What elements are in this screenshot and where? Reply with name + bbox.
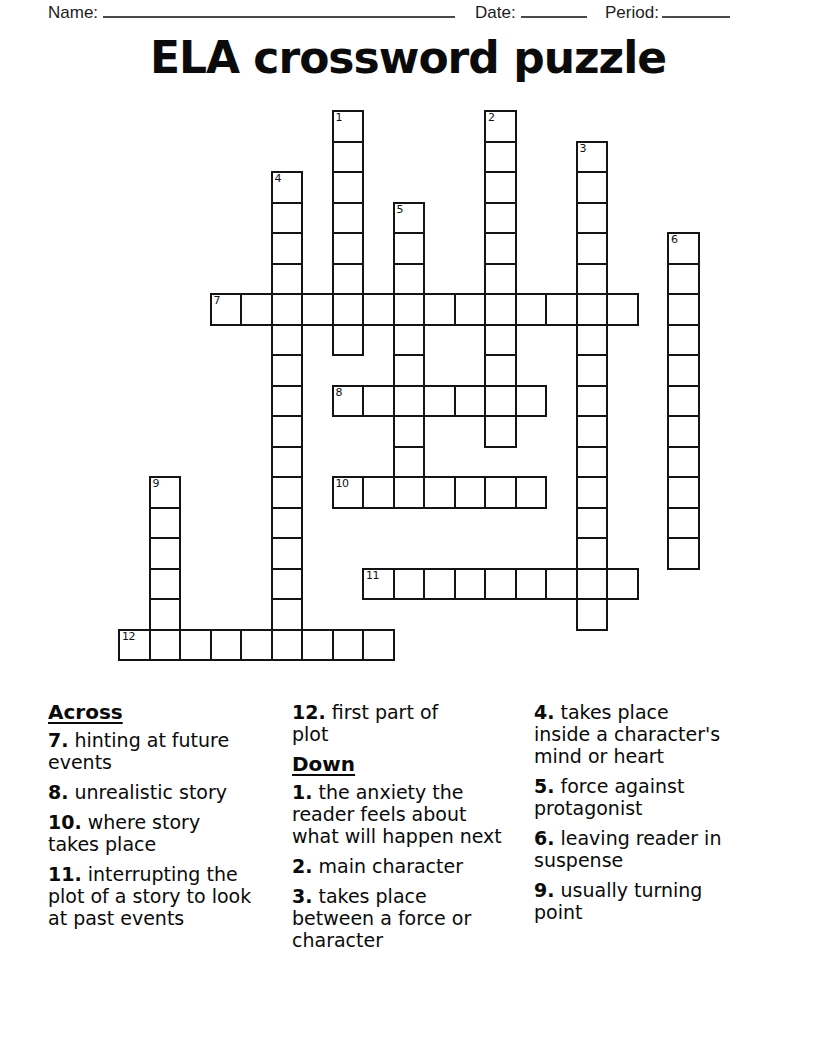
cell-number-8: 8 xyxy=(336,387,343,399)
grid-cell-r3c5[interactable] xyxy=(271,202,304,235)
grid-cell-r6c6[interactable] xyxy=(301,293,334,326)
grid-cell-r9c15[interactable] xyxy=(576,385,609,418)
grid-cell-r0c7[interactable]: 1 xyxy=(332,110,365,143)
clue-text: hinting at future events xyxy=(48,729,229,773)
grid-cell-r10c9[interactable] xyxy=(393,415,426,448)
grid-cell-r9c7[interactable]: 8 xyxy=(332,385,365,418)
grid-cell-r16c15[interactable] xyxy=(576,598,609,631)
grid-cell-r6c16[interactable] xyxy=(606,293,639,326)
clue-column-left: Across7. hinting at future events8. unre… xyxy=(48,701,288,937)
down-heading: Down xyxy=(292,753,528,775)
across-heading: Across xyxy=(48,701,288,723)
grid-cell-r9c18[interactable] xyxy=(667,385,700,418)
grid-cell-r2c5[interactable]: 4 xyxy=(271,171,304,204)
clue-number: 3. xyxy=(292,885,312,907)
grid-cell-r16c1[interactable] xyxy=(149,598,182,631)
grid-cell-r12c9[interactable] xyxy=(393,476,426,509)
grid-cell-r5c15[interactable] xyxy=(576,263,609,296)
grid-cell-r17c8[interactable] xyxy=(362,629,395,662)
grid-cell-r15c16[interactable] xyxy=(606,568,639,601)
clue-number: 9. xyxy=(534,879,554,901)
grid-cell-r13c18[interactable] xyxy=(667,507,700,540)
grid-cell-r10c12[interactable] xyxy=(484,415,517,448)
grid-cell-r6c14[interactable] xyxy=(545,293,578,326)
cell-number-9: 9 xyxy=(153,478,160,490)
grid-cell-r1c15[interactable]: 3 xyxy=(576,141,609,174)
grid-cell-r1c12[interactable] xyxy=(484,141,517,174)
grid-cell-r17c6[interactable] xyxy=(301,629,334,662)
cell-number-1: 1 xyxy=(336,112,343,124)
cell-number-5: 5 xyxy=(397,204,404,216)
grid-cell-r9c13[interactable] xyxy=(515,385,548,418)
grid-cell-r2c12[interactable] xyxy=(484,171,517,204)
cell-number-7: 7 xyxy=(214,295,221,307)
grid-cell-r17c0[interactable]: 12 xyxy=(118,629,151,662)
grid-cell-r17c5[interactable] xyxy=(271,629,304,662)
grid-cell-r6c13[interactable] xyxy=(515,293,548,326)
clue-5-down: 5. force against protagonist xyxy=(534,775,762,819)
name-blank-field[interactable] xyxy=(103,1,455,18)
grid-cell-r4c12[interactable] xyxy=(484,232,517,265)
clue-text: leaving reader in suspense xyxy=(534,827,721,871)
grid-cell-r17c3[interactable] xyxy=(210,629,243,662)
grid-cell-r13c1[interactable] xyxy=(149,507,182,540)
grid-cell-r15c14[interactable] xyxy=(545,568,578,601)
grid-cell-r10c5[interactable] xyxy=(271,415,304,448)
grid-cell-r6c11[interactable] xyxy=(454,293,487,326)
clue-column-right: 4. takes place inside a character's mind… xyxy=(534,701,762,931)
grid-cell-r9c12[interactable] xyxy=(484,385,517,418)
grid-cell-r16c5[interactable] xyxy=(271,598,304,631)
clue-1-down: 1. the anxiety the reader feels about wh… xyxy=(292,781,528,847)
cell-number-4: 4 xyxy=(275,173,282,185)
cell-number-10: 10 xyxy=(336,478,349,490)
grid-cell-r11c15[interactable] xyxy=(576,446,609,479)
clue-number: 7. xyxy=(48,729,68,751)
grid-cell-r12c11[interactable] xyxy=(454,476,487,509)
grid-cell-r2c7[interactable] xyxy=(332,171,365,204)
clue-number: 6. xyxy=(534,827,554,849)
grid-cell-r11c18[interactable] xyxy=(667,446,700,479)
grid-cell-r12c10[interactable] xyxy=(423,476,456,509)
grid-cell-r5c9[interactable] xyxy=(393,263,426,296)
grid-cell-r6c18[interactable] xyxy=(667,293,700,326)
clue-text: takes place inside a character's mind or… xyxy=(534,701,720,767)
period-blank-field[interactable] xyxy=(662,1,730,18)
grid-cell-r4c18[interactable]: 6 xyxy=(667,232,700,265)
grid-cell-r3c12[interactable] xyxy=(484,202,517,235)
grid-cell-r11c5[interactable] xyxy=(271,446,304,479)
grid-cell-r6c10[interactable] xyxy=(423,293,456,326)
clue-number: 8. xyxy=(48,781,68,803)
grid-cell-r14c5[interactable] xyxy=(271,537,304,570)
grid-cell-r10c15[interactable] xyxy=(576,415,609,448)
clue-text: main character xyxy=(319,855,464,877)
grid-cell-r15c15[interactable] xyxy=(576,568,609,601)
clue-11-across: 11. interrupting the plot of a story to … xyxy=(48,863,288,929)
grid-cell-r17c7[interactable] xyxy=(332,629,365,662)
grid-cell-r17c1[interactable] xyxy=(149,629,182,662)
grid-cell-r17c2[interactable] xyxy=(179,629,212,662)
grid-cell-r4c9[interactable] xyxy=(393,232,426,265)
clue-9-down: 9. usually turning point xyxy=(534,879,762,923)
clue-number: 2. xyxy=(292,855,312,877)
grid-cell-r6c15[interactable] xyxy=(576,293,609,326)
grid-cell-r14c15[interactable] xyxy=(576,537,609,570)
grid-cell-r3c9[interactable]: 5 xyxy=(393,202,426,235)
grid-cell-r12c1[interactable]: 9 xyxy=(149,476,182,509)
grid-cell-r8c12[interactable] xyxy=(484,354,517,387)
clue-text: the anxiety the reader feels about what … xyxy=(292,781,502,847)
grid-cell-r6c5[interactable] xyxy=(271,293,304,326)
clue-3-down: 3. takes place between a force or charac… xyxy=(292,885,528,951)
grid-cell-r14c1[interactable] xyxy=(149,537,182,570)
grid-cell-r5c5[interactable] xyxy=(271,263,304,296)
clue-text: takes place between a force or character xyxy=(292,885,471,951)
grid-cell-r12c18[interactable] xyxy=(667,476,700,509)
grid-cell-r2c15[interactable] xyxy=(576,171,609,204)
grid-cell-r15c11[interactable] xyxy=(454,568,487,601)
grid-cell-r13c15[interactable] xyxy=(576,507,609,540)
grid-cell-r7c15[interactable] xyxy=(576,324,609,357)
grid-cell-r8c9[interactable] xyxy=(393,354,426,387)
grid-cell-r7c18[interactable] xyxy=(667,324,700,357)
grid-cell-r6c8[interactable] xyxy=(362,293,395,326)
grid-cell-r7c9[interactable] xyxy=(393,324,426,357)
grid-cell-r9c5[interactable] xyxy=(271,385,304,418)
grid-cell-r15c8[interactable]: 11 xyxy=(362,568,395,601)
grid-cell-r12c7[interactable]: 10 xyxy=(332,476,365,509)
cell-number-3: 3 xyxy=(580,143,587,155)
grid-cell-r0c12[interactable]: 2 xyxy=(484,110,517,143)
grid-cell-r8c5[interactable] xyxy=(271,354,304,387)
grid-cell-r7c5[interactable] xyxy=(271,324,304,357)
grid-cell-r9c11[interactable] xyxy=(454,385,487,418)
grid-cell-r13c5[interactable] xyxy=(271,507,304,540)
grid-cell-r15c5[interactable] xyxy=(271,568,304,601)
clue-12-across: 12. first part of plot xyxy=(292,701,528,745)
grid-cell-r9c10[interactable] xyxy=(423,385,456,418)
grid-cell-r6c3[interactable]: 7 xyxy=(210,293,243,326)
date-label: Date: xyxy=(475,3,516,23)
grid-cell-r12c15[interactable] xyxy=(576,476,609,509)
clue-2-down: 2. main character xyxy=(292,855,528,877)
grid-cell-r15c10[interactable] xyxy=(423,568,456,601)
grid-cell-r8c15[interactable] xyxy=(576,354,609,387)
clue-4-down: 4. takes place inside a character's mind… xyxy=(534,701,762,767)
grid-cell-r12c8[interactable] xyxy=(362,476,395,509)
clue-8-across: 8. unrealistic story xyxy=(48,781,288,803)
cell-number-11: 11 xyxy=(366,570,379,582)
name-label: Name: xyxy=(48,3,98,23)
clue-6-down: 6. leaving reader in suspense xyxy=(534,827,762,871)
grid-cell-r9c9[interactable] xyxy=(393,385,426,418)
grid-cell-r6c7[interactable] xyxy=(332,293,365,326)
grid-cell-r3c7[interactable] xyxy=(332,202,365,235)
grid-cell-r4c15[interactable] xyxy=(576,232,609,265)
grid-cell-r12c13[interactable] xyxy=(515,476,548,509)
period-label: Period: xyxy=(605,3,659,23)
clue-number: 12. xyxy=(292,701,326,723)
grid-cell-r7c7[interactable] xyxy=(332,324,365,357)
page-title: ELA crossword puzzle xyxy=(0,32,816,83)
cell-number-12: 12 xyxy=(122,631,135,643)
grid-cell-r6c9[interactable] xyxy=(393,293,426,326)
grid-cell-r9c8[interactable] xyxy=(362,385,395,418)
clue-7-across: 7. hinting at future events xyxy=(48,729,288,773)
grid-cell-r6c4[interactable] xyxy=(240,293,273,326)
cell-number-2: 2 xyxy=(488,112,495,124)
grid-cell-r15c13[interactable] xyxy=(515,568,548,601)
clue-text: unrealistic story xyxy=(75,781,228,803)
grid-cell-r5c12[interactable] xyxy=(484,263,517,296)
grid-cell-r17c4[interactable] xyxy=(240,629,273,662)
grid-cell-r12c5[interactable] xyxy=(271,476,304,509)
date-blank-field[interactable] xyxy=(521,1,587,18)
grid-cell-r4c5[interactable] xyxy=(271,232,304,265)
clue-text: force against protagonist xyxy=(534,775,684,819)
clue-number: 11. xyxy=(48,863,82,885)
grid-cell-r11c9[interactable] xyxy=(393,446,426,479)
clue-column-middle: 12. first part of plotDown1. the anxiety… xyxy=(292,701,528,959)
crossword-grid: 123456789101112 xyxy=(118,110,698,660)
clue-number: 1. xyxy=(292,781,312,803)
grid-cell-r6c12[interactable] xyxy=(484,293,517,326)
grid-cell-r14c18[interactable] xyxy=(667,537,700,570)
grid-cell-r15c9[interactable] xyxy=(393,568,426,601)
grid-cell-r3c15[interactable] xyxy=(576,202,609,235)
grid-cell-r5c18[interactable] xyxy=(667,263,700,296)
grid-cell-r15c1[interactable] xyxy=(149,568,182,601)
clue-number: 5. xyxy=(534,775,554,797)
grid-cell-r8c18[interactable] xyxy=(667,354,700,387)
clue-number: 4. xyxy=(534,701,554,723)
grid-cell-r12c12[interactable] xyxy=(484,476,517,509)
grid-cell-r10c18[interactable] xyxy=(667,415,700,448)
grid-cell-r7c12[interactable] xyxy=(484,324,517,357)
worksheet-page: Name: Date: Period: ELA crossword puzzle… xyxy=(0,0,816,1056)
clue-text: usually turning point xyxy=(534,879,702,923)
cell-number-6: 6 xyxy=(671,234,678,246)
grid-cell-r5c7[interactable] xyxy=(332,263,365,296)
grid-cell-r4c7[interactable] xyxy=(332,232,365,265)
grid-cell-r1c7[interactable] xyxy=(332,141,365,174)
clue-10-across: 10. where story takes place xyxy=(48,811,288,855)
clue-number: 10. xyxy=(48,811,82,833)
grid-cell-r15c12[interactable] xyxy=(484,568,517,601)
